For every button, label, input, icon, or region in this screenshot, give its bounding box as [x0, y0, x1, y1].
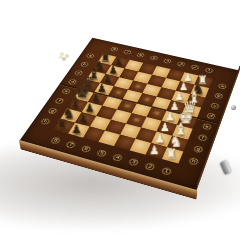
- coordinate-label: 5: [96, 149, 107, 157]
- square-e6: [102, 96, 122, 110]
- coordinate-label: 7: [65, 141, 76, 149]
- piece-white-rook: ♜: [162, 147, 179, 161]
- coordinate-label: h: [189, 157, 200, 165]
- coordinate-label: f: [55, 97, 65, 104]
- hinge-pin: [231, 105, 236, 110]
- coordinate-label: 8: [50, 137, 61, 145]
- coordinate-label: 2: [144, 162, 155, 170]
- coordinate-label: e: [202, 123, 212, 130]
- coordinate-label: 7: [123, 49, 132, 54]
- coordinate-label: a: [218, 83, 227, 89]
- piece-black-pawn: ♟: [68, 124, 84, 135]
- coordinate-label: 4: [163, 58, 172, 64]
- coordinate-label: g: [193, 145, 203, 153]
- coordinate-label: 6: [80, 145, 91, 153]
- product-photo-scene: 87654321 87654321 abcdefgh abcdefgh ♜♟♟♜…: [0, 0, 240, 240]
- coordinate-label: 2: [190, 64, 199, 70]
- coordinate-label: 4: [112, 153, 123, 161]
- coordinate-label: 1: [161, 167, 172, 176]
- coordinate-label: 5: [149, 55, 158, 61]
- coordinate-label: 6: [136, 52, 145, 58]
- square-h1: ♜: [162, 147, 183, 163]
- coordinate-label: g: [48, 107, 59, 114]
- coordinate-label: d: [206, 112, 216, 119]
- coordinate-label: f: [198, 134, 208, 142]
- piece-white-pawn: ♟: [146, 144, 163, 156]
- coordinate-label: b: [214, 92, 223, 99]
- coordinate-label: h: [40, 118, 51, 125]
- brass-stud: [60, 52, 64, 56]
- coordinate-label: 3: [128, 158, 139, 166]
- coordinate-label: 3: [176, 61, 185, 67]
- coordinate-label: c: [210, 102, 219, 109]
